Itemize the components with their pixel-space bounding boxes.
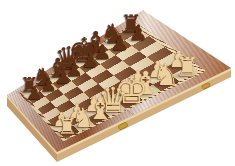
product-photo-stage: ♜♞♝♛♚♝♞♜♟♟♟♟♟♟♟♟♟♟♟♟♟♟♟♟♜♞♝♛♚♝♞♜ [0,0,235,166]
